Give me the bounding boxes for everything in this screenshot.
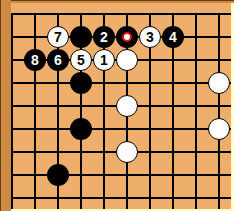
intersection-4-3: 5 [70, 48, 93, 71]
intersection-8-6 [162, 117, 185, 140]
intersection-3-3: 6 [47, 48, 70, 71]
intersection-5-4 [93, 71, 116, 94]
intersection-9-7 [185, 140, 208, 163]
intersection-7-8 [139, 163, 162, 186]
intersection-7-9 [139, 186, 162, 209]
intersection-6-6 [116, 117, 139, 140]
intersection-9-5 [185, 94, 208, 117]
intersection-10-2 [208, 25, 231, 48]
intersection-10-5 [208, 94, 231, 117]
white-stone [208, 118, 230, 140]
black-stone-marked [116, 26, 138, 48]
intersection-10-4 [208, 71, 231, 94]
intersection-4-4 [70, 71, 93, 94]
intersection-7-2: 3 [139, 25, 162, 48]
intersection-9-8 [185, 163, 208, 186]
intersection-8-4 [162, 71, 185, 94]
intersection-3-8 [47, 163, 70, 186]
intersection-4-1 [70, 2, 93, 25]
intersection-2-8 [24, 163, 47, 186]
intersection-9-2 [185, 25, 208, 48]
intersection-8-7 [162, 140, 185, 163]
intersection-7-4 [139, 71, 162, 94]
intersection-6-4 [116, 71, 139, 94]
intersection-4-6 [70, 117, 93, 140]
intersection-2-3: 8 [24, 48, 47, 71]
intersection-5-7 [93, 140, 116, 163]
intersection-4-5 [70, 94, 93, 117]
intersection-5-5 [93, 94, 116, 117]
intersection-5-8 [93, 163, 116, 186]
intersection-10-3 [208, 48, 231, 71]
intersection-4-7 [70, 140, 93, 163]
intersection-4-9 [70, 186, 93, 209]
intersection-8-1 [162, 2, 185, 25]
intersection-2-4 [24, 71, 47, 94]
board-left-edge [0, 0, 11, 211]
intersection-8-9 [162, 186, 185, 209]
intersection-5-6 [93, 117, 116, 140]
intersection-4-8 [70, 163, 93, 186]
intersection-7-5 [139, 94, 162, 117]
intersection-7-3 [139, 48, 162, 71]
intersection-6-2 [116, 25, 139, 48]
white-stone [116, 95, 138, 117]
white-stone-move-1: 1 [93, 49, 115, 71]
intersection-3-7 [47, 140, 70, 163]
intersection-2-6 [24, 117, 47, 140]
intersection-4-2 [70, 25, 93, 48]
intersection-7-7 [139, 140, 162, 163]
intersection-9-4 [185, 71, 208, 94]
intersection-3-9 [47, 186, 70, 209]
board-top-edge [0, 0, 234, 3]
intersection-6-7 [116, 140, 139, 163]
intersection-8-3 [162, 48, 185, 71]
intersection-9-9 [185, 186, 208, 209]
intersection-2-1 [24, 2, 47, 25]
intersection-7-6 [139, 117, 162, 140]
intersection-3-1 [47, 2, 70, 25]
intersection-3-6 [47, 117, 70, 140]
intersection-7-1 [139, 2, 162, 25]
black-stone [70, 118, 92, 140]
black-stone-move-6: 6 [47, 49, 69, 71]
black-stone [70, 72, 92, 94]
goban-grid: 72348651 [1, 2, 231, 209]
black-stone [70, 26, 92, 48]
intersection-6-1 [116, 2, 139, 25]
white-stone-move-7: 7 [47, 26, 69, 48]
intersection-5-2: 2 [93, 25, 116, 48]
intersection-10-9 [208, 186, 231, 209]
white-stone-move-3: 3 [139, 26, 161, 48]
black-stone-move-4: 4 [162, 26, 184, 48]
intersection-3-4 [47, 71, 70, 94]
circle-marker-icon [122, 32, 132, 42]
intersection-5-9 [93, 186, 116, 209]
intersection-6-5 [116, 94, 139, 117]
intersection-9-3 [185, 48, 208, 71]
intersection-6-9 [116, 186, 139, 209]
black-stone-move-2: 2 [93, 26, 115, 48]
go-diagram: 72348651 [0, 0, 234, 211]
intersection-2-2 [24, 25, 47, 48]
intersection-3-5 [47, 94, 70, 117]
white-stone [116, 141, 138, 163]
white-stone [208, 72, 230, 94]
intersection-9-6 [185, 117, 208, 140]
black-stone [47, 164, 69, 186]
intersection-2-7 [24, 140, 47, 163]
intersection-10-8 [208, 163, 231, 186]
intersection-8-5 [162, 94, 185, 117]
intersection-10-7 [208, 140, 231, 163]
intersection-3-2: 7 [47, 25, 70, 48]
intersection-8-8 [162, 163, 185, 186]
intersection-6-8 [116, 163, 139, 186]
intersection-8-2: 4 [162, 25, 185, 48]
intersection-2-9 [24, 186, 47, 209]
white-stone-move-5: 5 [70, 49, 92, 71]
intersection-6-3 [116, 48, 139, 71]
intersection-2-5 [24, 94, 47, 117]
intersection-10-1 [208, 2, 231, 25]
intersection-5-3: 1 [93, 48, 116, 71]
intersection-9-1 [185, 2, 208, 25]
black-stone-move-8: 8 [24, 49, 46, 71]
intersection-10-6 [208, 117, 231, 140]
white-stone [116, 49, 138, 71]
intersection-5-1 [93, 2, 116, 25]
